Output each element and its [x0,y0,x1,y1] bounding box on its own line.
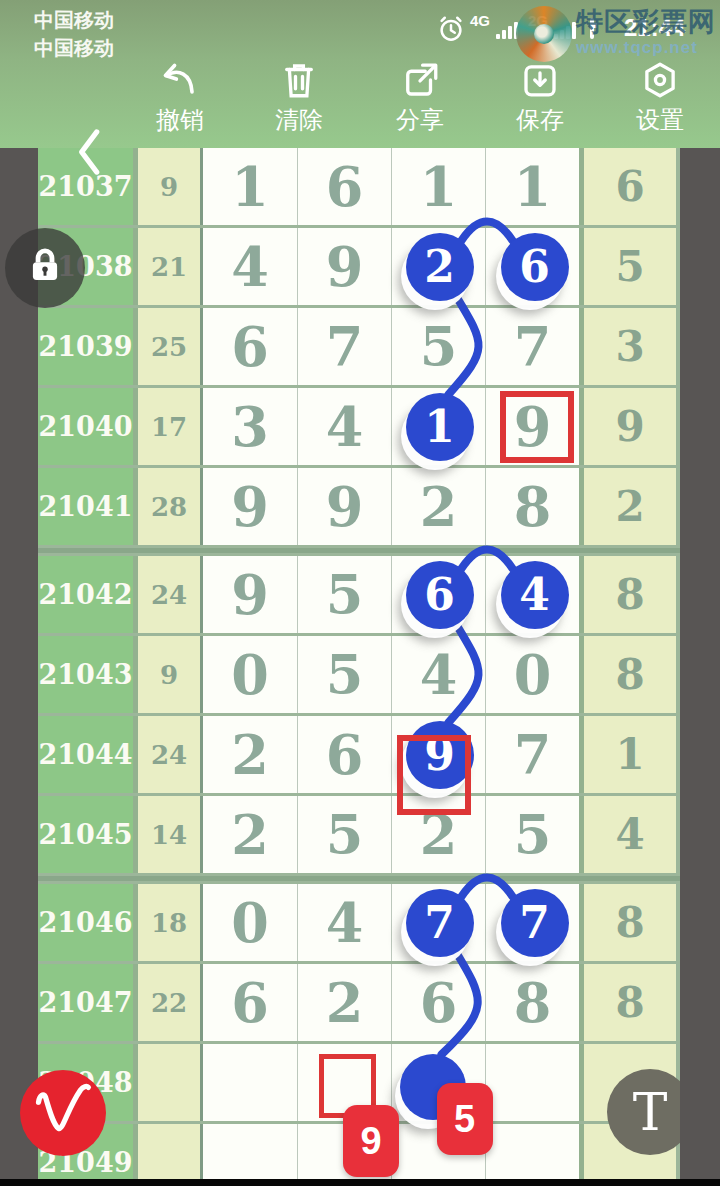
digit-cell-d1[interactable]: 3 [203,388,297,465]
table-row: 21043905408 [38,636,680,713]
extra-digit-cell[interactable]: 4 [579,796,676,873]
sum-value: 17 [133,388,203,465]
digit-cell-d4[interactable]: 7 [485,884,579,961]
settings-icon [605,60,715,100]
undo-button[interactable]: 撤销 [125,60,235,136]
toolbar-item-label: 保存 [485,104,595,136]
digit-cell-d4[interactable]: 7 [485,308,579,385]
trash-icon [244,60,354,100]
network-4g-label: 4G [470,12,490,29]
app-screen: 中国移动 中国移动 4G 2G 21:44 [0,0,720,1186]
sum-value: 24 [133,716,203,793]
digit-cell-d1[interactable]: 1 [203,148,297,225]
share-icon [365,60,475,100]
digit-cell-d3[interactable]: 2 [391,796,485,873]
sum-value [133,1124,203,1186]
digit-cell-d1[interactable]: 6 [203,964,297,1041]
signal-bars-2-icon [554,22,576,39]
extra-digit-cell[interactable]: 2 [579,468,676,545]
signature-v-icon [28,1076,98,1150]
undo-icon [125,60,235,100]
table-row: 210401734199 [38,388,680,465]
sum-value: 18 [133,884,203,961]
digit-cell-d3[interactable]: 5 [391,308,485,385]
digit-cell-d1[interactable]: 2 [203,796,297,873]
table-row: 210392567573 [38,308,680,385]
digit-cell-d2[interactable]: 5 [297,796,391,873]
digit-cell-d3[interactable]: 1 [391,148,485,225]
toolbar-item-label: 撤销 [125,104,235,136]
signal-bars-1-icon [496,22,518,39]
extra-digit-cell[interactable]: 9 [579,388,676,465]
digit-cell-d2[interactable] [297,1124,391,1186]
sum-value: 28 [133,468,203,545]
table-row: 210382149265 [38,228,680,305]
digit-cell-d4[interactable]: 6 [485,228,579,305]
digit-cell-d1[interactable]: 9 [203,556,297,633]
period-label: 21044 [38,716,133,793]
digit-cell-d4[interactable]: 9 [485,388,579,465]
period-label: 21042 [38,556,133,633]
digit-cell-d2[interactable]: 2 [297,964,391,1041]
digit-cell-d3[interactable] [391,1044,485,1121]
annotation-toolbar: 撤销清除分享保存设置 [0,56,720,148]
sum-value [133,1044,203,1121]
sum-value: 24 [133,556,203,633]
lock-icon [23,244,67,292]
digit-cell-d2[interactable] [297,1044,391,1121]
digit-cell-d4[interactable] [485,1124,579,1186]
sum-value: 21 [133,228,203,305]
digit-cell-d2[interactable]: 5 [297,556,391,633]
period-label: 21045 [38,796,133,873]
save-icon [485,60,595,100]
extra-digit-cell[interactable]: 8 [579,636,676,713]
right-margin-strip [680,148,720,1186]
network-2g-label: 2G [528,12,548,29]
table-row: 21049 [38,1124,680,1186]
digit-cell-d2[interactable]: 6 [297,716,391,793]
share-button[interactable]: 分享 [365,60,475,136]
extra-digit-cell[interactable]: 6 [579,148,676,225]
toolbar-item-label: 清除 [244,104,354,136]
toolbar-item-label: 设置 [605,104,715,136]
digit-cell-d4[interactable]: 4 [485,556,579,633]
digit-cell-d4[interactable]: 8 [485,964,579,1041]
digit-cell-d1[interactable] [203,1124,297,1186]
sum-value: 9 [133,148,203,225]
alarm-icon [436,14,466,48]
extra-digit-cell[interactable]: 8 [579,964,676,1041]
settings-button[interactable]: 设置 [605,60,715,136]
digit-cell-d4[interactable] [485,1044,579,1121]
digit-cell-d3[interactable]: 2 [391,468,485,545]
digit-cell-d1[interactable]: 4 [203,228,297,305]
extra-digit-cell[interactable]: 8 [579,556,676,633]
extra-digit-cell[interactable]: 3 [579,308,676,385]
sum-value: 25 [133,308,203,385]
table-row: 210412899282 [38,468,680,545]
save-button[interactable]: 保存 [485,60,595,136]
clear-button[interactable]: 清除 [244,60,354,136]
digit-cell-d3[interactable]: 7 [391,884,485,961]
group-separator [38,876,680,881]
period-label: 21047 [38,964,133,1041]
period-label: 21039 [38,308,133,385]
status-time: 21:44 [624,14,685,42]
digit-cell-d4[interactable]: 5 [485,796,579,873]
digit-cell-d1[interactable]: 6 [203,308,297,385]
toolbar-item-label: 分享 [365,104,475,136]
digit-cell-d3[interactable]: 9 [391,716,485,793]
digit-cell-d3[interactable]: 6 [391,556,485,633]
digit-cell-d2[interactable]: 9 [297,468,391,545]
period-label: 21046 [38,884,133,961]
period-label: 21041 [38,468,133,545]
table-row: 21037916116 [38,148,680,225]
table-row: 21048 [38,1044,680,1121]
digit-cell-d2[interactable]: 7 [297,308,391,385]
digit-cell-d3[interactable]: 6 [391,964,485,1041]
digit-cell-d1[interactable]: 0 [203,884,297,961]
lock-button[interactable] [5,228,85,308]
digit-cell-d2[interactable]: 4 [297,884,391,961]
sum-value: 22 [133,964,203,1041]
digit-cell-d4[interactable]: 7 [485,716,579,793]
period-label: 21043 [38,636,133,713]
signature-logo-button[interactable] [20,1070,106,1156]
table-row: 210422495648 [38,556,680,633]
table-row: 210461804778 [38,884,680,961]
period-label: 21040 [38,388,133,465]
trend-chart-table: 2103791611621038214926521039256757321040… [38,148,680,1186]
digit-cell-d1[interactable] [203,1044,297,1121]
extra-digit-cell[interactable]: 1 [579,716,676,793]
digit-cell-d4[interactable]: 1 [485,148,579,225]
table-row: 210472262688 [38,964,680,1041]
table-row: 210451425254 [38,796,680,873]
digit-cell-d4[interactable]: 0 [485,636,579,713]
digit-cell-d4[interactable]: 8 [485,468,579,545]
digit-cell-d1[interactable]: 0 [203,636,297,713]
digit-cell-d1[interactable]: 9 [203,468,297,545]
digit-cell-d3[interactable]: 4 [391,636,485,713]
back-button[interactable] [70,122,110,182]
digit-cell-d2[interactable]: 5 [297,636,391,713]
header: 中国移动 中国移动 4G 2G 21:44 [0,0,720,148]
bottom-nav-bar [0,1179,720,1186]
digit-cell-d3[interactable]: 1 [391,388,485,465]
digit-cell-d2[interactable]: 9 [297,228,391,305]
extra-digit-cell[interactable]: 5 [579,228,676,305]
text-tool-letter: T [633,1082,668,1142]
digit-cell-d1[interactable]: 2 [203,716,297,793]
extra-digit-cell[interactable]: 8 [579,884,676,961]
digit-cell-d3[interactable] [391,1124,485,1186]
battery-icon [590,20,594,38]
table-row: 210442426971 [38,716,680,793]
digit-cell-d3[interactable]: 2 [391,228,485,305]
sum-value: 9 [133,636,203,713]
digit-cell-d2[interactable]: 4 [297,388,391,465]
group-separator [38,548,680,553]
digit-cell-d2[interactable]: 6 [297,148,391,225]
carrier-name-1: 中国移动 [34,6,114,34]
sum-value: 14 [133,796,203,873]
